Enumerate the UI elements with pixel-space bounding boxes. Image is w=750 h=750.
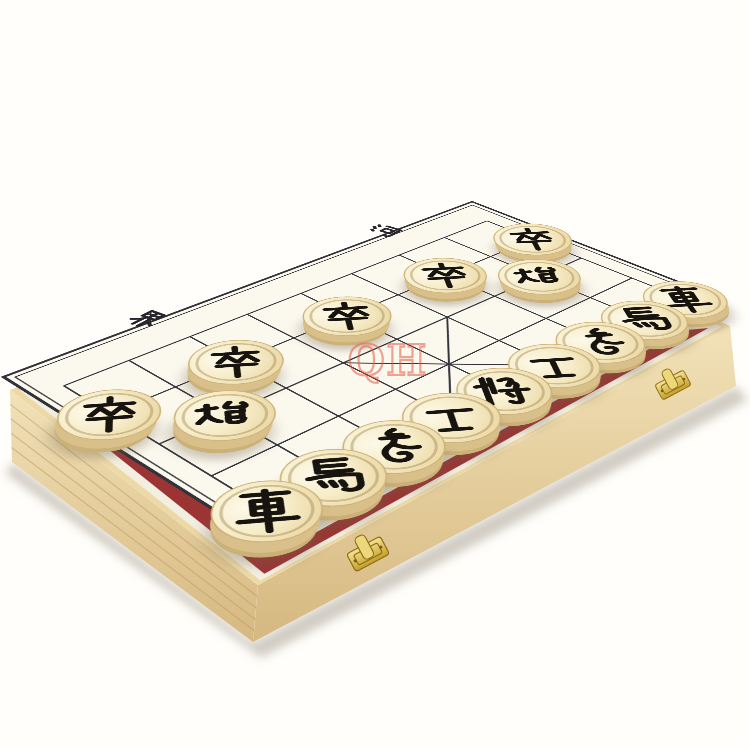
watermark-logo: QH xyxy=(348,336,428,385)
piece-character xyxy=(57,389,162,441)
board-cell xyxy=(493,257,586,297)
piece-character xyxy=(497,259,582,295)
piece-character xyxy=(403,257,489,293)
board-cell xyxy=(399,256,493,296)
piece-character xyxy=(188,339,286,385)
piece-cannon[interactable] xyxy=(481,253,598,303)
piece-cannon[interactable] xyxy=(153,381,296,452)
product-photo: QH xyxy=(0,0,750,750)
board-cell xyxy=(183,337,290,387)
piece-character xyxy=(173,390,277,442)
board-cell xyxy=(168,387,282,444)
piece-soldier[interactable] xyxy=(387,251,505,301)
board-cell xyxy=(297,294,397,338)
piece-character xyxy=(302,296,393,337)
piece-soldier[interactable] xyxy=(169,331,303,394)
